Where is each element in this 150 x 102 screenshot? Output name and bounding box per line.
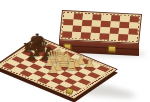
brass-clasp-icon bbox=[108, 45, 116, 52]
box-lid-checkerboard bbox=[62, 13, 139, 41]
folded-box-lid bbox=[59, 10, 142, 44]
chess-set-photo: ♚♟♜♛♝♞♟♟♝♛♞♟♟♚♟♟♟♜♟ bbox=[0, 0, 150, 102]
box-lid-square bbox=[127, 35, 137, 42]
